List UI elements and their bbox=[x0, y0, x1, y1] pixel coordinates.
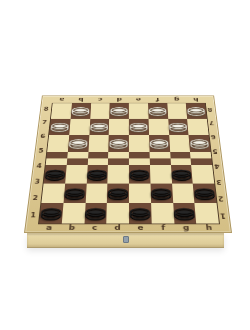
square-a6[interactable] bbox=[47, 135, 69, 152]
square-h8[interactable]: ⛂ bbox=[186, 103, 207, 118]
board-frame: abcdefgh abcdefgh 87654321 87654321 ⛂⛂⛂⛂… bbox=[24, 96, 232, 233]
square-b1[interactable] bbox=[62, 203, 86, 224]
black-piece-g3[interactable]: ⛂ bbox=[171, 164, 193, 182]
board-grid: ⛂⛂⛂⛂⛂⛂⛂⛂⛂⛂⛂⛂⛂⛂⛂⛂⛂⛂⛂⛂⛂⛂⛂⛂ bbox=[38, 103, 220, 225]
clasp-icon bbox=[123, 236, 129, 243]
square-f2[interactable]: ⛂ bbox=[150, 184, 172, 203]
square-b8[interactable]: ⛂ bbox=[70, 103, 90, 118]
white-piece-h8[interactable]: ⛂ bbox=[186, 103, 207, 118]
black-piece-e1[interactable]: ⛂ bbox=[129, 202, 151, 222]
square-b4[interactable] bbox=[66, 158, 87, 165]
square-e1[interactable]: ⛂ bbox=[129, 203, 152, 224]
square-c1[interactable]: ⛂ bbox=[84, 203, 107, 224]
square-a7[interactable]: ⛂ bbox=[49, 119, 70, 135]
square-f4[interactable] bbox=[150, 158, 171, 165]
black-piece-c3[interactable]: ⛂ bbox=[86, 164, 108, 182]
square-b2[interactable]: ⛂ bbox=[63, 184, 86, 203]
square-c7[interactable]: ⛂ bbox=[89, 119, 109, 135]
white-piece-h6[interactable]: ⛂ bbox=[189, 134, 211, 151]
square-e3[interactable]: ⛂ bbox=[129, 165, 150, 183]
square-h1[interactable] bbox=[195, 203, 219, 224]
square-d6[interactable]: ⛂ bbox=[108, 135, 128, 152]
black-piece-g1[interactable]: ⛂ bbox=[173, 202, 197, 222]
white-piece-f6[interactable]: ⛂ bbox=[149, 134, 170, 151]
square-d4[interactable] bbox=[108, 158, 129, 165]
square-d8[interactable]: ⛂ bbox=[109, 103, 128, 118]
white-piece-d6[interactable]: ⛂ bbox=[109, 134, 129, 151]
black-piece-a1[interactable]: ⛂ bbox=[39, 202, 63, 222]
box-side bbox=[27, 233, 224, 248]
black-piece-c1[interactable]: ⛂ bbox=[84, 202, 107, 222]
square-a3[interactable]: ⛂ bbox=[44, 165, 67, 183]
square-d2[interactable]: ⛂ bbox=[107, 184, 129, 203]
square-g3[interactable]: ⛂ bbox=[171, 165, 193, 183]
square-h6[interactable]: ⛂ bbox=[189, 135, 211, 152]
square-e6[interactable] bbox=[129, 135, 149, 152]
black-piece-d2[interactable]: ⛂ bbox=[107, 183, 129, 202]
white-piece-a7[interactable]: ⛂ bbox=[49, 118, 70, 134]
white-piece-g7[interactable]: ⛂ bbox=[168, 118, 189, 134]
white-piece-e7[interactable]: ⛂ bbox=[129, 118, 149, 134]
square-c3[interactable]: ⛂ bbox=[86, 165, 108, 183]
checkers-set-photo: abcdefgh abcdefgh 87654321 87654321 ⛂⛂⛂⛂… bbox=[0, 0, 250, 330]
square-f6[interactable]: ⛂ bbox=[149, 135, 170, 152]
black-piece-f2[interactable]: ⛂ bbox=[150, 183, 172, 202]
white-piece-b8[interactable]: ⛂ bbox=[71, 103, 91, 118]
square-g6[interactable] bbox=[169, 135, 190, 152]
square-g7[interactable]: ⛂ bbox=[168, 119, 189, 135]
square-b6[interactable]: ⛂ bbox=[68, 135, 89, 152]
square-a1[interactable]: ⛂ bbox=[39, 203, 63, 224]
square-e7[interactable]: ⛂ bbox=[129, 119, 149, 135]
square-f8[interactable]: ⛂ bbox=[148, 103, 168, 118]
white-piece-b6[interactable]: ⛂ bbox=[68, 134, 89, 151]
square-c6[interactable] bbox=[88, 135, 109, 152]
white-piece-d8[interactable]: ⛂ bbox=[109, 103, 128, 118]
white-piece-f8[interactable]: ⛂ bbox=[148, 103, 168, 118]
file-label-top-g: g bbox=[167, 96, 187, 103]
square-d1[interactable] bbox=[107, 203, 129, 224]
white-piece-c7[interactable]: ⛂ bbox=[89, 118, 109, 134]
square-h4[interactable] bbox=[191, 158, 212, 165]
square-g1[interactable]: ⛂ bbox=[173, 203, 197, 224]
black-piece-b2[interactable]: ⛂ bbox=[63, 183, 86, 202]
file-label-top-c: c bbox=[90, 96, 109, 103]
file-label-top-a: a bbox=[52, 96, 72, 103]
square-f1[interactable] bbox=[151, 203, 174, 224]
board-3d-wrap: abcdefgh abcdefgh 87654321 87654321 ⛂⛂⛂⛂… bbox=[24, 96, 232, 233]
black-piece-e3[interactable]: ⛂ bbox=[129, 164, 150, 182]
file-label-top-e: e bbox=[129, 96, 148, 103]
black-piece-a3[interactable]: ⛂ bbox=[44, 164, 67, 182]
square-h2[interactable]: ⛂ bbox=[193, 184, 217, 203]
black-piece-h2[interactable]: ⛂ bbox=[193, 183, 216, 202]
